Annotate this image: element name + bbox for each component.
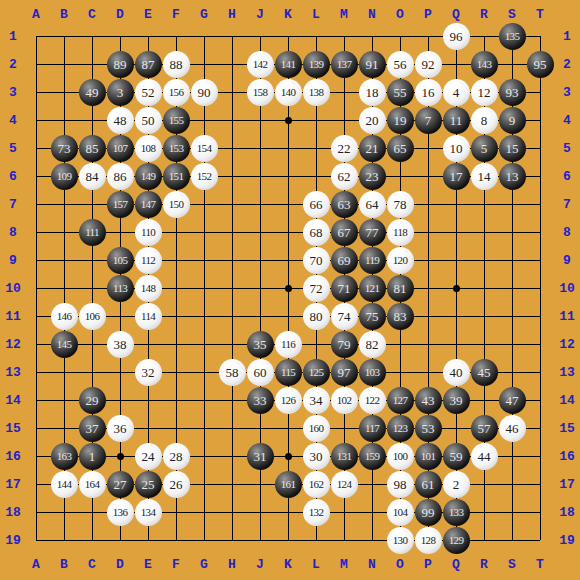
white-stone: 12 (471, 79, 498, 106)
white-stone: 126 (275, 387, 302, 414)
move-number: 85 (86, 142, 99, 155)
black-stone: 157 (107, 191, 134, 218)
white-stone: 104 (387, 499, 414, 526)
move-number: 145 (57, 339, 71, 350)
white-stone: 2 (443, 471, 470, 498)
move-number: 27 (114, 478, 127, 491)
move-number: 34 (310, 394, 323, 407)
black-stone: 33 (247, 387, 274, 414)
black-stone: 5 (471, 135, 498, 162)
move-number: 22 (338, 142, 351, 155)
move-number: 65 (394, 142, 407, 155)
move-number: 160 (309, 423, 323, 434)
move-number: 50 (142, 114, 155, 127)
move-number: 117 (365, 423, 379, 434)
black-stone: 97 (331, 359, 358, 386)
black-stone: 161 (275, 471, 302, 498)
move-number: 73 (58, 142, 71, 155)
move-number: 40 (450, 366, 463, 379)
move-number: 122 (365, 395, 379, 406)
move-number: 71 (338, 282, 351, 295)
hoshi-point (117, 453, 124, 460)
black-stone: 159 (359, 443, 386, 470)
white-stone: 14 (471, 163, 498, 190)
black-stone: 73 (51, 135, 78, 162)
move-number: 16 (422, 86, 435, 99)
white-stone: 112 (135, 247, 162, 274)
white-stone: 162 (303, 471, 330, 498)
move-number: 12 (478, 86, 491, 99)
move-number: 68 (310, 226, 323, 239)
move-number: 129 (449, 535, 463, 546)
white-stone: 44 (471, 443, 498, 470)
white-stone: 134 (135, 499, 162, 526)
black-stone: 21 (359, 135, 386, 162)
hoshi-point (285, 117, 292, 124)
move-number: 52 (142, 86, 155, 99)
move-number: 83 (394, 310, 407, 323)
white-stone: 150 (163, 191, 190, 218)
move-number: 134 (141, 507, 155, 518)
black-stone: 25 (135, 471, 162, 498)
move-number: 97 (338, 366, 351, 379)
move-number: 7 (425, 114, 432, 127)
move-number: 140 (281, 87, 295, 98)
white-stone: 136 (107, 499, 134, 526)
move-number: 57 (478, 422, 491, 435)
black-stone: 79 (331, 331, 358, 358)
black-stone: 13 (499, 163, 526, 190)
black-stone: 47 (499, 387, 526, 414)
black-stone: 69 (331, 247, 358, 274)
white-stone: 4 (443, 79, 470, 106)
move-number: 99 (422, 506, 435, 519)
move-number: 72 (310, 282, 323, 295)
move-number: 107 (113, 143, 127, 154)
white-stone: 144 (51, 471, 78, 498)
white-stone: 156 (163, 79, 190, 106)
move-number: 114 (141, 311, 155, 322)
white-stone: 138 (303, 79, 330, 106)
move-number: 66 (310, 198, 323, 211)
hoshi-point (285, 453, 292, 460)
move-number: 118 (393, 227, 407, 238)
move-number: 135 (505, 31, 519, 42)
black-stone: 89 (107, 51, 134, 78)
white-stone: 64 (359, 191, 386, 218)
move-number: 112 (141, 255, 155, 266)
black-stone: 135 (499, 23, 526, 50)
move-number: 121 (365, 283, 379, 294)
hoshi-point (285, 285, 292, 292)
move-number: 84 (86, 170, 99, 183)
black-stone: 99 (415, 499, 442, 526)
black-stone: 155 (163, 107, 190, 134)
white-stone: 72 (303, 275, 330, 302)
black-stone: 57 (471, 415, 498, 442)
white-stone: 130 (387, 527, 414, 554)
white-stone: 120 (387, 247, 414, 274)
move-number: 106 (85, 311, 99, 322)
move-number: 5 (481, 142, 488, 155)
move-number: 137 (337, 59, 351, 70)
white-stone: 114 (135, 303, 162, 330)
move-number: 37 (86, 422, 99, 435)
white-stone: 40 (443, 359, 470, 386)
black-stone: 111 (79, 219, 106, 246)
move-number: 142 (253, 59, 267, 70)
move-number: 23 (366, 170, 379, 183)
move-number: 151 (169, 171, 183, 182)
black-stone: 65 (387, 135, 414, 162)
move-number: 130 (393, 535, 407, 546)
move-number: 154 (197, 143, 211, 154)
black-stone: 49 (79, 79, 106, 106)
move-number: 163 (57, 451, 71, 462)
move-number: 35 (254, 338, 267, 351)
move-number: 78 (394, 198, 407, 211)
move-number: 157 (113, 199, 127, 210)
move-number: 124 (337, 479, 351, 490)
move-number: 158 (253, 87, 267, 98)
move-number: 26 (170, 478, 183, 491)
white-stone: 116 (275, 331, 302, 358)
move-number: 82 (366, 338, 379, 351)
black-stone: 81 (387, 275, 414, 302)
move-number: 8 (481, 114, 488, 127)
move-number: 53 (422, 422, 435, 435)
move-number: 113 (113, 283, 127, 294)
move-number: 46 (506, 422, 519, 435)
black-stone: 103 (359, 359, 386, 386)
black-stone: 27 (107, 471, 134, 498)
black-stone: 101 (415, 443, 442, 470)
white-stone: 20 (359, 107, 386, 134)
move-number: 102 (337, 395, 351, 406)
move-number: 115 (281, 367, 295, 378)
move-number: 31 (254, 450, 267, 463)
white-stone: 140 (275, 79, 302, 106)
move-number: 136 (113, 507, 127, 518)
board-grid[interactable]: 1234578910111213141516171819202122232425… (22, 22, 554, 554)
move-number: 105 (113, 255, 127, 266)
move-number: 18 (366, 86, 379, 99)
move-number: 43 (422, 394, 435, 407)
black-stone: 45 (471, 359, 498, 386)
white-stone: 142 (247, 51, 274, 78)
move-number: 80 (310, 310, 323, 323)
move-number: 81 (394, 282, 407, 295)
black-stone: 117 (359, 415, 386, 442)
move-number: 92 (422, 58, 435, 71)
white-stone: 102 (331, 387, 358, 414)
white-stone: 122 (359, 387, 386, 414)
move-number: 128 (421, 535, 435, 546)
black-stone: 163 (51, 443, 78, 470)
white-stone: 66 (303, 191, 330, 218)
black-stone: 9 (499, 107, 526, 134)
white-stone: 128 (415, 527, 442, 554)
move-number: 147 (141, 199, 155, 210)
black-stone: 39 (443, 387, 470, 414)
move-number: 110 (141, 227, 155, 238)
move-number: 47 (506, 394, 519, 407)
white-stone: 88 (163, 51, 190, 78)
white-stone: 84 (79, 163, 106, 190)
move-number: 125 (309, 367, 323, 378)
move-number: 164 (85, 479, 99, 490)
move-number: 2 (453, 478, 460, 491)
move-number: 103 (365, 367, 379, 378)
move-number: 91 (366, 58, 379, 71)
move-number: 79 (338, 338, 351, 351)
black-stone: 147 (135, 191, 162, 218)
black-stone: 141 (275, 51, 302, 78)
black-stone: 115 (275, 359, 302, 386)
move-number: 153 (169, 143, 183, 154)
black-stone: 151 (163, 163, 190, 190)
move-number: 86 (114, 170, 127, 183)
white-stone: 154 (191, 135, 218, 162)
black-stone: 93 (499, 79, 526, 106)
move-number: 127 (393, 395, 407, 406)
black-stone: 139 (303, 51, 330, 78)
white-stone: 36 (107, 415, 134, 442)
move-number: 9 (509, 114, 516, 127)
white-stone: 18 (359, 79, 386, 106)
move-number: 67 (338, 226, 351, 239)
move-number: 13 (506, 170, 519, 183)
move-number: 38 (114, 338, 127, 351)
black-stone: 53 (415, 415, 442, 442)
black-stone: 15 (499, 135, 526, 162)
move-number: 120 (393, 255, 407, 266)
black-stone: 87 (135, 51, 162, 78)
black-stone: 143 (471, 51, 498, 78)
black-stone: 107 (107, 135, 134, 162)
move-number: 36 (114, 422, 127, 435)
move-number: 161 (281, 479, 295, 490)
move-number: 109 (57, 171, 71, 182)
move-number: 119 (365, 255, 379, 266)
move-number: 39 (450, 394, 463, 407)
white-stone: 118 (387, 219, 414, 246)
move-number: 152 (197, 171, 211, 182)
move-number: 133 (449, 507, 463, 518)
white-stone: 16 (415, 79, 442, 106)
white-stone: 46 (499, 415, 526, 442)
move-number: 45 (478, 366, 491, 379)
black-stone: 85 (79, 135, 106, 162)
move-number: 141 (281, 59, 295, 70)
move-number: 144 (57, 479, 71, 490)
black-stone: 77 (359, 219, 386, 246)
move-number: 138 (309, 87, 323, 98)
move-number: 30 (310, 450, 323, 463)
white-stone: 74 (331, 303, 358, 330)
black-stone: 59 (443, 443, 470, 470)
move-number: 4 (453, 86, 460, 99)
move-number: 146 (57, 311, 71, 322)
black-stone: 17 (443, 163, 470, 190)
move-number: 48 (114, 114, 127, 127)
move-number: 60 (254, 366, 267, 379)
move-number: 89 (114, 58, 127, 71)
move-number: 3 (117, 86, 124, 99)
move-number: 29 (86, 394, 99, 407)
move-number: 93 (506, 86, 519, 99)
move-number: 108 (141, 143, 155, 154)
move-number: 63 (338, 198, 351, 211)
white-stone: 158 (247, 79, 274, 106)
black-stone: 7 (415, 107, 442, 134)
move-number: 75 (366, 310, 379, 323)
move-number: 96 (450, 30, 463, 43)
white-stone: 80 (303, 303, 330, 330)
white-stone: 78 (387, 191, 414, 218)
black-stone: 3 (107, 79, 134, 106)
move-number: 28 (170, 450, 183, 463)
move-number: 1 (89, 450, 96, 463)
move-number: 59 (450, 450, 463, 463)
white-stone: 52 (135, 79, 162, 106)
move-number: 123 (393, 423, 407, 434)
white-stone: 106 (79, 303, 106, 330)
move-number: 90 (198, 86, 211, 99)
black-stone: 37 (79, 415, 106, 442)
hoshi-point (453, 285, 460, 292)
move-number: 131 (337, 451, 351, 462)
move-number: 98 (394, 478, 407, 491)
move-number: 150 (169, 199, 183, 210)
black-stone: 127 (387, 387, 414, 414)
white-stone: 26 (163, 471, 190, 498)
move-number: 139 (309, 59, 323, 70)
move-number: 149 (141, 171, 155, 182)
black-stone: 133 (443, 499, 470, 526)
black-stone: 19 (387, 107, 414, 134)
move-number: 95 (534, 58, 547, 71)
white-stone: 28 (163, 443, 190, 470)
move-number: 61 (422, 478, 435, 491)
black-stone: 109 (51, 163, 78, 190)
move-number: 159 (365, 451, 379, 462)
white-stone: 152 (191, 163, 218, 190)
move-number: 116 (281, 339, 295, 350)
white-stone: 24 (135, 443, 162, 470)
white-stone: 100 (387, 443, 414, 470)
move-number: 100 (393, 451, 407, 462)
white-stone: 148 (135, 275, 162, 302)
black-stone: 55 (387, 79, 414, 106)
black-stone: 113 (107, 275, 134, 302)
white-stone: 56 (387, 51, 414, 78)
white-stone: 58 (219, 359, 246, 386)
black-stone: 23 (359, 163, 386, 190)
move-number: 15 (506, 142, 519, 155)
move-number: 101 (421, 451, 435, 462)
move-number: 62 (338, 170, 351, 183)
black-stone: 67 (331, 219, 358, 246)
white-stone: 98 (387, 471, 414, 498)
white-stone: 124 (331, 471, 358, 498)
move-number: 162 (309, 479, 323, 490)
black-stone: 145 (51, 331, 78, 358)
black-stone: 61 (415, 471, 442, 498)
white-stone: 10 (443, 135, 470, 162)
white-stone: 8 (471, 107, 498, 134)
white-stone: 62 (331, 163, 358, 190)
move-number: 104 (393, 507, 407, 518)
move-number: 70 (310, 254, 323, 267)
black-stone: 43 (415, 387, 442, 414)
move-number: 143 (477, 59, 491, 70)
go-board-screen: ABCDEFGHJKLMNOPQRST ABCDEFGHJKLMNOPQRST … (0, 0, 580, 580)
move-number: 155 (169, 115, 183, 126)
move-number: 55 (394, 86, 407, 99)
move-number: 49 (86, 86, 99, 99)
move-number: 19 (394, 114, 407, 127)
move-number: 126 (281, 395, 295, 406)
white-stone: 164 (79, 471, 106, 498)
white-stone: 82 (359, 331, 386, 358)
white-stone: 96 (443, 23, 470, 50)
move-number: 111 (85, 227, 99, 238)
black-stone: 131 (331, 443, 358, 470)
black-stone: 123 (387, 415, 414, 442)
move-number: 148 (141, 283, 155, 294)
white-stone: 160 (303, 415, 330, 442)
white-stone: 50 (135, 107, 162, 134)
white-stone: 48 (107, 107, 134, 134)
move-number: 64 (366, 198, 379, 211)
white-stone: 38 (107, 331, 134, 358)
black-stone: 11 (443, 107, 470, 134)
move-number: 14 (478, 170, 491, 183)
black-stone: 71 (331, 275, 358, 302)
white-stone: 70 (303, 247, 330, 274)
black-stone: 35 (247, 331, 274, 358)
move-number: 56 (394, 58, 407, 71)
black-stone: 83 (387, 303, 414, 330)
move-number: 11 (450, 114, 463, 127)
white-stone: 132 (303, 499, 330, 526)
black-stone: 119 (359, 247, 386, 274)
black-stone: 95 (527, 51, 554, 78)
move-number: 69 (338, 254, 351, 267)
move-number: 58 (226, 366, 239, 379)
white-stone: 34 (303, 387, 330, 414)
move-number: 21 (366, 142, 379, 155)
white-stone: 86 (107, 163, 134, 190)
black-stone: 121 (359, 275, 386, 302)
move-number: 20 (366, 114, 379, 127)
black-stone: 63 (331, 191, 358, 218)
black-stone: 1 (79, 443, 106, 470)
move-number: 87 (142, 58, 155, 71)
white-stone: 146 (51, 303, 78, 330)
move-number: 17 (450, 170, 463, 183)
white-stone: 90 (191, 79, 218, 106)
white-stone: 22 (331, 135, 358, 162)
black-stone: 153 (163, 135, 190, 162)
move-number: 44 (478, 450, 491, 463)
move-number: 74 (338, 310, 351, 323)
move-number: 132 (309, 507, 323, 518)
move-number: 88 (170, 58, 183, 71)
white-stone: 30 (303, 443, 330, 470)
black-stone: 137 (331, 51, 358, 78)
